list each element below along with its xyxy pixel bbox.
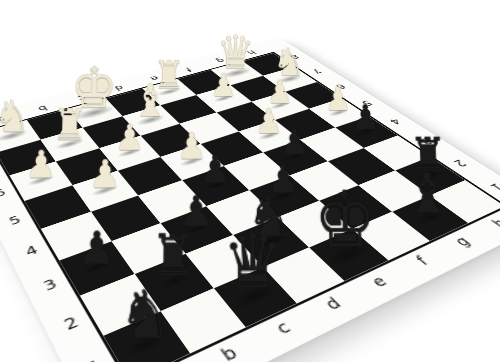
product-photo-stage: aabbccddeeffgghh1122334455667788♞♚♜♛♜♝♟♞… xyxy=(0,0,500,362)
black-knight-icon: ♞ xyxy=(64,282,227,348)
chess-board-mat: aabbccddeeffgghh1122334455667788♞♚♜♛♜♝♟♞… xyxy=(0,38,500,362)
white-pawn-icon: ♟ xyxy=(42,155,167,193)
